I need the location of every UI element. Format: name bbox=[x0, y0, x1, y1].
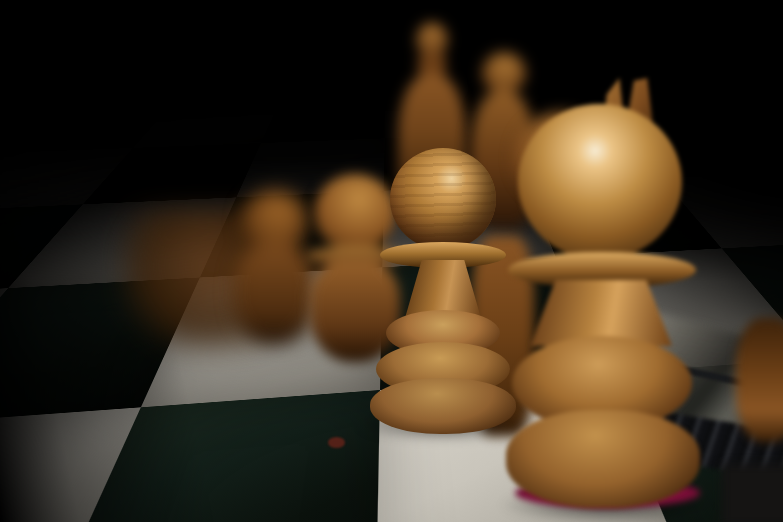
pawn-base bbox=[370, 378, 516, 434]
blurred-piece-right-edge bbox=[736, 318, 783, 442]
chess-macro-photo bbox=[0, 0, 783, 522]
corner-shadow bbox=[722, 464, 783, 522]
pawn-head bbox=[390, 148, 496, 250]
king-head bbox=[518, 104, 682, 260]
pawn-piece bbox=[368, 142, 518, 434]
king-base bbox=[506, 410, 700, 508]
king-piece bbox=[502, 90, 707, 510]
board-speck bbox=[328, 437, 345, 448]
